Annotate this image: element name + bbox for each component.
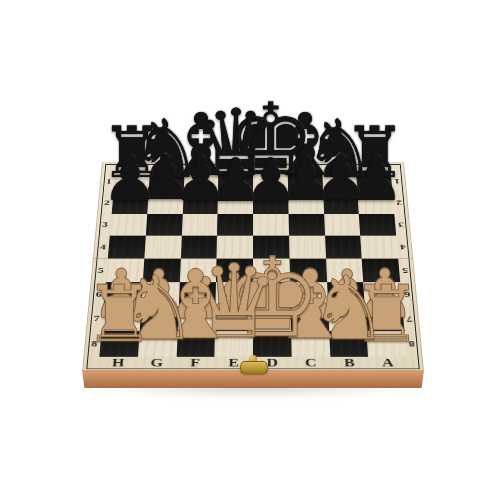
square-a3[interactable]	[359, 214, 396, 236]
square-c3[interactable]	[288, 214, 324, 236]
piece-black-pawn-h2[interactable]: ♟	[102, 148, 158, 210]
square-e3[interactable]	[217, 214, 253, 236]
square-h3[interactable]	[110, 214, 147, 236]
pieces-layer: ♜♞♝♚♛♝♞♜♟♟♟♟♟♟♟♟♟♟♟♟♟♟♟♟♜♞♝♚♛♝♞♜	[0, 0, 500, 500]
photo-stage: HGFEDCBA HGFEDCBA 12345678 12345678 ♜♞♝♚…	[0, 0, 500, 500]
square-g3[interactable]	[146, 214, 183, 236]
clasp-base	[240, 361, 268, 374]
square-f3[interactable]	[181, 214, 217, 236]
piece-white-rook-h8[interactable]: ♜	[84, 275, 154, 353]
square-b3[interactable]	[324, 214, 361, 236]
square-d3[interactable]	[253, 214, 289, 236]
rank-label-right-3: 3	[394, 214, 407, 236]
